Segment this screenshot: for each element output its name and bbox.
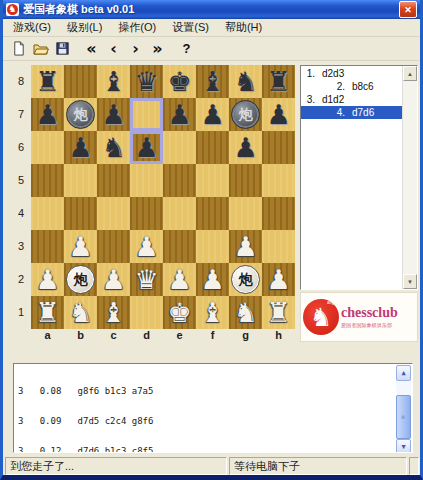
black-rook: ♜ [35,65,59,98]
white-knight: ♞ [233,296,257,329]
white-pawn: ♟ [68,230,92,263]
move-row-3[interactable]: 3. d1d2 [301,93,403,106]
square-d8[interactable]: ♛ [130,65,163,98]
right-panel: 1. d2d3 2. b8c6 3. d1d2 4. d7d6 [300,65,418,345]
app-icon: ♞ [6,3,19,16]
next-move-icon: › [132,40,139,58]
square-c7[interactable]: ♟ [97,98,130,131]
move-list[interactable]: 1. d2d3 2. b8c6 3. d1d2 4. d7d6 [300,65,418,290]
scroll-track[interactable] [396,381,411,395]
first-move-icon: « [86,40,96,58]
help-button[interactable]: ? [176,39,197,59]
square-f6[interactable] [196,131,229,164]
scroll-down-icon[interactable]: ▼ [403,274,417,289]
black-knight: ♞ [233,65,257,98]
square-h1[interactable]: ♜ [262,296,295,329]
previous-move-icon: ‹ [110,40,117,58]
go-back-button[interactable]: ‹ [103,39,124,59]
file-label-g: g [229,329,262,345]
black-pawn: ♟ [266,98,290,131]
white-pawn: ♟ [200,263,224,296]
white-pawn: ♟ [233,230,257,263]
black-cannon: 炮 [66,100,95,129]
white-cannon: 炮 [231,265,260,294]
square-a6[interactable] [31,131,64,164]
rank-label-5: 5 [11,164,31,197]
square-g5[interactable] [229,164,262,197]
white-pawn: ♟ [167,263,191,296]
engine-line: 3 0.12 d7d6 b1c3 c8f5 [18,446,394,453]
square-c8[interactable]: ♝ [97,65,130,98]
square-a8[interactable]: ♜ [31,65,64,98]
help-icon: ? [183,41,191,56]
white-bishop: ♝ [101,296,125,329]
square-b3[interactable]: ♟ [64,230,97,263]
black-pawn: ♟ [101,98,125,131]
white-rook: ♜ [35,296,59,329]
rank-label-6: 6 [11,131,31,164]
square-c5[interactable] [97,164,130,197]
square-a2[interactable]: ♟ [31,263,64,296]
square-b8[interactable] [64,65,97,98]
menu-settings[interactable]: 设置(S) [164,19,217,36]
square-d2[interactable]: ♛ [130,263,163,296]
square-h4[interactable] [262,197,295,230]
file-label-d: d [130,329,163,345]
square-a1[interactable]: ♜ [31,296,64,329]
move-number: 2. [331,80,345,93]
square-c4[interactable] [97,197,130,230]
scroll-thumb[interactable]: ≡ [396,395,411,439]
menu-help[interactable]: 帮助(H) [217,19,270,36]
square-a3[interactable] [31,230,64,263]
square-f5[interactable] [196,164,229,197]
menu-bar: 游戏(G) 级别(L) 操作(O) 设置(S) 帮助(H) [3,19,420,37]
square-c3[interactable] [97,230,130,263]
square-h8[interactable]: ♜ [262,65,295,98]
file-label-f: f [196,329,229,345]
app-window: ♞ 爱国者象棋 beta v0.01 ✕ 游戏(G) 级别(L) 操作(O) 设… [0,0,423,480]
square-d7[interactable] [130,98,163,131]
square-h7[interactable]: ♟ [262,98,295,131]
black-pawn: ♟ [68,131,92,164]
square-f2[interactable]: ♟ [196,263,229,296]
black-bishop: ♝ [200,65,224,98]
square-g8[interactable]: ♞ [229,65,262,98]
rank-label-2: 2 [11,263,31,296]
square-g2[interactable]: 炮 [229,263,262,296]
menu-operation[interactable]: 操作(O) [110,19,164,36]
white-cannon: 炮 [66,265,95,294]
engine-output: 3 0.08 g8f6 b1c3 a7a5 3 0.09 d7d5 c2c4 g… [13,363,413,453]
square-e3[interactable] [163,230,196,263]
square-e1[interactable]: ♚ [163,296,196,329]
open-folder-icon [33,41,49,57]
close-button[interactable]: ✕ [399,1,417,18]
square-b1[interactable]: ♞ [64,296,97,329]
scroll-up-icon[interactable]: ▲ [403,66,417,81]
square-b5[interactable] [64,164,97,197]
file-label-c: c [97,329,130,345]
white-bishop: ♝ [200,296,224,329]
black-bishop: ♝ [101,65,125,98]
app-knight-icon: ♞ [7,4,18,15]
black-rook: ♜ [266,65,290,98]
scroll-up-icon[interactable]: ▲ [396,365,411,381]
black-pawn: ♟ [35,98,59,131]
engine-scrollbar[interactable]: ▲ ≡ ▼ [396,365,411,451]
square-f3[interactable] [196,230,229,263]
black-pawn: ♟ [200,98,224,131]
board-block: 87654321 ♜♝♛♚♝♞♜♟炮♟♟♟炮♟♟♞♟♟♟♟♟♟炮♟♛♟♟炮♟♜♞… [11,65,295,345]
square-c6[interactable]: ♞ [97,131,130,164]
logo-aigo-text: aigo [327,299,338,305]
file-labels: abcdefgh [31,329,295,345]
move-list-scrollbar[interactable]: ▲ ▼ [402,66,417,289]
black-king: ♚ [167,65,191,98]
rank-label-1: 1 [11,296,31,329]
black-pawn: ♟ [233,131,257,164]
new-document-icon [11,41,26,56]
square-g3[interactable]: ♟ [229,230,262,263]
square-b6[interactable]: ♟ [64,131,97,164]
square-f7[interactable]: ♟ [196,98,229,131]
square-e8[interactable]: ♚ [163,65,196,98]
square-e6[interactable] [163,131,196,164]
square-e5[interactable] [163,164,196,197]
status-extra [409,457,419,475]
white-queen: ♛ [134,263,158,296]
square-e7[interactable]: ♟ [163,98,196,131]
square-a4[interactable] [31,197,64,230]
square-e4[interactable] [163,197,196,230]
file-label-e: e [163,329,196,345]
move-number: 4. [331,106,345,119]
square-g4[interactable] [229,197,262,230]
white-pawn: ♟ [266,263,290,296]
black-cannon: 炮 [231,100,260,129]
move-text: d1d2 [322,93,344,106]
engine-line: 3 0.09 d7d5 c2c4 g8f6 [18,416,394,426]
white-rook: ♜ [266,296,290,329]
chessclub-logo: ♞ aigo chessclub 爱国者国际象棋俱乐部 [300,292,418,342]
square-c2[interactable]: ♟ [97,263,130,296]
black-queen: ♛ [134,65,158,98]
square-a7[interactable]: ♟ [31,98,64,131]
save-floppy-icon [55,41,70,56]
square-h2[interactable]: ♟ [262,263,295,296]
square-d4[interactable] [130,197,163,230]
white-king: ♚ [167,296,191,329]
square-d5[interactable] [130,164,163,197]
toolbar: « ‹ › » ? [3,37,420,61]
square-b4[interactable] [64,197,97,230]
white-pawn: ♟ [35,263,59,296]
white-knight: ♞ [68,296,92,329]
move-number: 3. [301,93,315,106]
square-d1[interactable] [130,296,163,329]
title-bar: ♞ 爱国者象棋 beta v0.01 ✕ [3,0,420,19]
logo-text: chessclub 爱国者国际象棋俱乐部 [341,306,401,328]
scroll-down-icon[interactable]: ▼ [396,439,411,453]
white-pawn: ♟ [134,230,158,263]
black-knight: ♞ [101,131,125,164]
window-title: 爱国者象棋 beta v0.01 [23,2,399,17]
move-list-rows: 1. d2d3 2. b8c6 3. d1d2 4. d7d6 [301,66,403,119]
square-g1[interactable]: ♞ [229,296,262,329]
engine-line: 3 0.08 g8f6 b1c3 a7a5 [18,386,394,396]
go-forward-button[interactable]: › [125,39,146,59]
status-your-move: 到您走子了... [5,457,227,475]
square-f8[interactable]: ♝ [196,65,229,98]
square-g7[interactable]: 炮 [229,98,262,131]
square-c1[interactable]: ♝ [97,296,130,329]
new-game-button[interactable] [8,39,29,59]
file-label-h: h [262,329,295,345]
square-f1[interactable]: ♝ [196,296,229,329]
square-b7[interactable]: 炮 [64,98,97,131]
white-pawn: ♟ [101,263,125,296]
move-row-1[interactable]: 1. d2d3 [301,67,403,80]
square-d6[interactable]: ♟ [130,131,163,164]
square-g6[interactable]: ♟ [229,131,262,164]
rank-label-3: 3 [11,230,31,263]
square-h3[interactable] [262,230,295,263]
open-button[interactable] [30,39,51,59]
rank-label-7: 7 [11,98,31,131]
last-move-icon: » [152,40,162,58]
square-f4[interactable] [196,197,229,230]
rank-label-8: 8 [11,65,31,98]
status-bar: 到您走子了... 等待电脑下子 [3,457,420,475]
menu-level[interactable]: 级别(L) [59,19,110,36]
square-a5[interactable] [31,164,64,197]
menu-game[interactable]: 游戏(G) [5,19,59,36]
rank-label-4: 4 [11,197,31,230]
move-row-4-selected[interactable]: 4. d7d6 [301,106,403,119]
square-b2[interactable]: 炮 [64,263,97,296]
save-button[interactable] [52,39,73,59]
file-label-b: b [64,329,97,345]
file-label-a: a [31,329,64,345]
black-pawn: ♟ [167,98,191,131]
black-pawn: ♟ [134,131,158,164]
rank-labels: 87654321 [11,65,31,329]
move-text: d7d6 [352,106,374,119]
status-waiting-computer: 等待电脑下子 [229,457,407,475]
square-h6[interactable] [262,131,295,164]
board-grid: ♜♝♛♚♝♞♜♟炮♟♟♟炮♟♟♞♟♟♟♟♟♟炮♟♛♟♟炮♟♜♞♝♚♝♞♜ [31,65,295,329]
square-e2[interactable]: ♟ [163,263,196,296]
move-text: d2d3 [322,67,344,80]
logo-subtitle: 爱国者国际象棋俱乐部 [341,322,392,327]
main-area: 87654321 ♜♝♛♚♝♞♜♟炮♟♟♟炮♟♟♞♟♟♟♟♟♟炮♟♛♟♟炮♟♜♞… [3,61,420,345]
move-row-2[interactable]: 2. b8c6 [301,80,403,93]
square-h5[interactable] [262,164,295,197]
logo-brand: chessclub [341,306,401,320]
move-text: b8c6 [352,80,374,93]
square-d3[interactable]: ♟ [130,230,163,263]
move-number: 1. [301,67,315,80]
go-first-button[interactable]: « [81,39,102,59]
go-last-button[interactable]: » [147,39,168,59]
